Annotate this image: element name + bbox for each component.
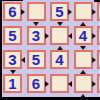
cell-r2c2[interactable]: 3 — [27, 26, 46, 45]
board-frame-top-right — [94, 0, 100, 2]
inequality-down-icon-r3c1-v — [10, 70, 16, 74]
inequality-left-icon-r3c1-h — [21, 57, 25, 63]
inequality-right-icon-r1c1-h — [21, 9, 25, 15]
inequality-up-icon-r2c3-v — [57, 46, 63, 50]
cell-r3c5-clipped[interactable] — [97, 50, 100, 69]
cell-r1c3[interactable]: 5 — [50, 2, 69, 21]
inequality-right-icon-r1c3-h — [68, 9, 72, 15]
inequality-right-icon-r4c2-h — [45, 81, 49, 87]
cell-r3c1[interactable]: 3 — [3, 50, 22, 69]
inequality-right-icon-r2c4-h — [92, 33, 96, 39]
inequality-right-icon-r4c4-h — [92, 81, 96, 87]
inequality-right-icon-r1c4-h — [92, 9, 96, 15]
cell-r1c5-clipped[interactable] — [97, 2, 100, 21]
inequality-down-icon-r1c2-v — [33, 22, 39, 26]
cell-r3c4[interactable] — [74, 50, 93, 69]
cell-r1c1[interactable]: 6 — [3, 2, 22, 21]
futoshiki-board: 6553435416 — [0, 0, 100, 100]
cell-r2c3[interactable] — [50, 26, 69, 45]
cell-r4c2[interactable]: 6 — [27, 74, 46, 93]
board-frame-left — [0, 0, 2, 100]
cell-r1c4[interactable] — [74, 2, 93, 21]
inequality-down-icon-r2c4-v — [80, 46, 86, 50]
inequality-right-icon-r2c2-h — [45, 33, 49, 39]
inequality-down-icon-r1c3-v — [57, 22, 63, 26]
cell-r4c5-clipped[interactable] — [97, 74, 100, 93]
inequality-left-icon-r2c3-h — [68, 33, 72, 39]
inequality-up-icon-r1c4-v — [80, 22, 86, 26]
cell-r3c3[interactable]: 4 — [50, 50, 69, 69]
cell-r3c2[interactable]: 5 — [27, 50, 46, 69]
cell-r2c5-clipped[interactable] — [97, 26, 100, 45]
cell-r1c2[interactable] — [27, 2, 46, 21]
board-frame-top-left — [0, 0, 23, 1]
inequality-left-icon-r4c3-h — [68, 81, 72, 87]
cell-r4c3[interactable] — [50, 74, 69, 93]
inequality-right-icon-r3c4-h — [92, 57, 96, 63]
board-frame-bottom — [0, 97, 100, 100]
cell-r4c1[interactable]: 1 — [3, 74, 22, 93]
inequality-up-icon-r3c4-v — [80, 70, 86, 74]
cell-r2c4[interactable]: 4 — [74, 26, 93, 45]
cell-r2c1[interactable]: 5 — [3, 26, 22, 45]
cell-r4c4[interactable] — [74, 74, 93, 93]
